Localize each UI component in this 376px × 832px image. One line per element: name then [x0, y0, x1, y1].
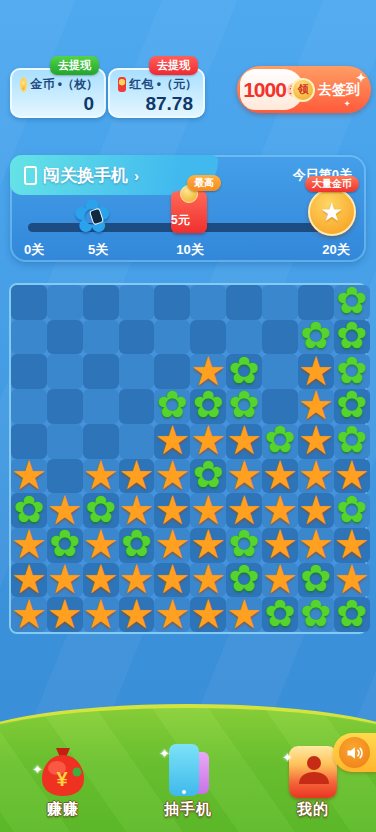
milestone-20-label: 20关 — [322, 241, 349, 259]
green-blob-piece[interactable]: ✿ — [121, 528, 152, 560]
cell-r9c1[interactable]: ★ — [47, 597, 83, 632]
cell-r9c6[interactable]: ★ — [226, 597, 262, 632]
orange-star-piece[interactable]: ★ — [298, 424, 334, 456]
red-packet-card[interactable]: 去提现 红包 •（元） 87.78 — [108, 68, 205, 118]
phones-icon — [165, 744, 211, 798]
cell-r1c0 — [11, 320, 47, 355]
coin-value: 0 — [12, 93, 104, 115]
green-blob-piece[interactable]: ✿ — [193, 459, 224, 491]
orange-star-piece[interactable]: ★ — [298, 389, 334, 421]
nav-item-draw-phone[interactable]: ✦ 抽手机 — [133, 740, 243, 819]
sparkle-icon: ✦ — [356, 71, 366, 85]
orange-star-piece[interactable]: ★ — [11, 598, 47, 630]
cell-r2c0 — [11, 354, 47, 389]
progress-title[interactable]: 闯关换手机 › — [24, 164, 139, 187]
sparkle-icon: ✦ — [344, 100, 350, 108]
orange-star-piece[interactable]: ★ — [11, 563, 47, 595]
orange-star-piece[interactable]: ★ — [262, 459, 298, 491]
orange-star-piece[interactable]: ★ — [190, 528, 226, 560]
cell-r9c0[interactable]: ★ — [11, 597, 47, 632]
cell-r1c2 — [83, 320, 119, 355]
app-screen: 去提现 金币 •（枚） 0 去提现 红包 •（元） 87.78 1000 元 领… — [0, 0, 376, 832]
orange-star-piece[interactable]: ★ — [334, 459, 370, 491]
green-blob-piece[interactable]: ✿ — [336, 285, 367, 317]
green-blob-piece[interactable]: ✿ — [300, 598, 331, 630]
cell-r3c3 — [119, 389, 155, 424]
cell-r0c5 — [190, 285, 226, 320]
green-blob-piece[interactable]: ✿ — [193, 389, 224, 421]
signin-action-label: 去签到 — [318, 81, 360, 97]
green-blob-piece[interactable]: ✿ — [85, 494, 116, 526]
orange-star-piece[interactable]: ★ — [47, 494, 83, 526]
orange-star-piece[interactable]: ★ — [190, 563, 226, 595]
cell-r0c7 — [262, 285, 298, 320]
orange-star-piece[interactable]: ★ — [154, 494, 190, 526]
cell-r0c1 — [47, 285, 83, 320]
sparkle-icon: ✦ — [159, 746, 170, 761]
orange-star-piece[interactable]: ★ — [154, 424, 190, 456]
packet-label: 红包 •（元） — [129, 76, 197, 93]
orange-star-piece[interactable]: ★ — [83, 563, 119, 595]
orange-star-piece[interactable]: ★ — [262, 494, 298, 526]
signin-amount: 1000 — [243, 78, 286, 102]
milestone-0-label: 0关 — [24, 241, 44, 259]
cell-r0c6 — [226, 285, 262, 320]
cell-r0c3 — [119, 285, 155, 320]
coin-withdraw-badge[interactable]: 去提现 — [50, 56, 99, 75]
orange-star-piece[interactable]: ★ — [262, 528, 298, 560]
progress-title-text: 闯关换手机 — [43, 164, 128, 187]
green-blob-piece[interactable]: ✿ — [264, 598, 295, 630]
orange-star-piece[interactable]: ★ — [298, 494, 334, 526]
cell-r0c0 — [11, 285, 47, 320]
orange-star-piece[interactable]: ★ — [226, 424, 262, 456]
signin-button[interactable]: 1000 元 领 ✦ ✦ 去签到 — [237, 66, 371, 113]
orange-star-piece[interactable]: ★ — [154, 528, 190, 560]
orange-star-piece[interactable]: ★ — [334, 563, 370, 595]
orange-star-piece[interactable]: ★ — [190, 494, 226, 526]
cell-r1c3 — [119, 320, 155, 355]
orange-star-piece[interactable]: ★ — [47, 598, 83, 630]
green-blob-piece[interactable]: ✿ — [229, 563, 260, 595]
game-board[interactable]: ✿✿✿★✿★✿✿✿✿★✿★★★✿★✿★★★★✿★★★★✿★✿★★★★★★✿★✿★… — [9, 283, 367, 634]
packet-withdraw-badge[interactable]: 去提现 — [149, 56, 198, 75]
cell-r9c3[interactable]: ★ — [119, 597, 155, 632]
orange-star-piece[interactable]: ★ — [190, 598, 226, 630]
green-blob-piece[interactable]: ✿ — [336, 355, 367, 387]
green-blob-piece[interactable]: ✿ — [300, 320, 331, 352]
orange-star-piece[interactable]: ★ — [190, 355, 226, 387]
green-blob-piece[interactable]: ✿ — [336, 598, 367, 630]
cell-r2c2 — [83, 354, 119, 389]
green-blob-piece[interactable]: ✿ — [336, 494, 367, 526]
orange-star-piece[interactable]: ★ — [154, 563, 190, 595]
orange-star-piece[interactable]: ★ — [119, 494, 155, 526]
cell-r2c3 — [119, 354, 155, 389]
orange-star-piece[interactable]: ★ — [47, 563, 83, 595]
green-blob-piece[interactable]: ✿ — [264, 424, 295, 456]
pinwheel-phone-icon[interactable]: ✿ — [73, 193, 121, 241]
profile-card-icon — [289, 746, 337, 798]
green-blob-piece[interactable]: ✿ — [13, 494, 44, 526]
sparkle-icon: ✦ — [32, 762, 43, 777]
nav-earn-label: 赚赚 — [8, 800, 118, 819]
cell-r9c2[interactable]: ★ — [83, 597, 119, 632]
orange-star-piece[interactable]: ★ — [11, 459, 47, 491]
orange-star-piece[interactable]: ★ — [154, 459, 190, 491]
sparkle-icon: ✦ — [282, 750, 293, 765]
envelope-value: 5元 — [171, 212, 207, 229]
green-blob-piece[interactable]: ✿ — [229, 389, 260, 421]
nav-draw-phone-label: 抽手机 — [133, 800, 243, 819]
big-coins-badge: 大量金币 — [305, 176, 359, 192]
green-blob-piece[interactable]: ✿ — [336, 424, 367, 456]
cell-r9c7[interactable]: ✿ — [262, 597, 298, 632]
milestone-10-label: 10关 — [176, 241, 203, 259]
green-blob-piece[interactable]: ✿ — [49, 528, 80, 560]
nav-item-earn[interactable]: ✦ ¥ 赚赚 — [8, 740, 118, 819]
gold-coin-icon — [20, 77, 27, 92]
star-coin-icon[interactable]: 大量金币 ★ — [308, 188, 356, 236]
cell-r9c4[interactable]: ★ — [154, 597, 190, 632]
orange-star-piece[interactable]: ★ — [119, 459, 155, 491]
orange-star-piece[interactable]: ★ — [119, 563, 155, 595]
green-blob-piece[interactable]: ✿ — [229, 355, 260, 387]
cell-r3c1 — [47, 389, 83, 424]
nav-mine-label: 我的 — [258, 800, 368, 819]
cell-r1c4 — [154, 320, 190, 355]
signin-coin-icon: 领 — [291, 78, 315, 102]
svg-text:¥: ¥ — [56, 768, 68, 790]
sound-button[interactable] — [333, 733, 376, 772]
orange-star-piece[interactable]: ★ — [334, 528, 370, 560]
packet-value: 87.78 — [110, 93, 203, 115]
orange-star-piece[interactable]: ★ — [119, 598, 155, 630]
orange-star-piece[interactable]: ★ — [226, 459, 262, 491]
cell-r2c1 — [47, 354, 83, 389]
cell-r0c2 — [83, 285, 119, 320]
orange-star-piece[interactable]: ★ — [298, 528, 334, 560]
bottom-nav: ✦ ¥ 赚赚 ✦ 抽手机 — [0, 722, 376, 832]
orange-star-piece[interactable]: ★ — [190, 424, 226, 456]
phone-outline-icon — [24, 166, 37, 185]
orange-star-piece[interactable]: ★ — [298, 355, 334, 387]
money-bag-icon: ¥ — [37, 746, 89, 798]
cell-r2c7 — [262, 354, 298, 389]
cell-r9c8[interactable]: ✿ — [298, 597, 334, 632]
orange-star-piece[interactable]: ★ — [83, 598, 119, 630]
cell-r4c1 — [47, 424, 83, 459]
orange-star-piece[interactable]: ★ — [11, 528, 47, 560]
hot-badge: 最高 — [187, 175, 221, 191]
cell-r9c9[interactable]: ✿ — [334, 597, 370, 632]
orange-star-piece[interactable]: ★ — [83, 459, 119, 491]
green-blob-piece[interactable]: ✿ — [157, 389, 188, 421]
green-blob-piece[interactable]: ✿ — [300, 563, 331, 595]
chevron-right-icon: › — [134, 167, 139, 184]
cell-r3c0 — [11, 389, 47, 424]
orange-star-piece[interactable]: ★ — [83, 528, 119, 560]
level-progress-card: 闯关换手机 › 今日第0关 0关 5关 10关 20关 ✿ 最高 5元 大量金币… — [10, 155, 366, 262]
green-blob-piece[interactable]: ✿ — [336, 389, 367, 421]
cell-r3c2 — [83, 389, 119, 424]
green-blob-piece[interactable]: ✿ — [229, 528, 260, 560]
cell-r9c5[interactable]: ★ — [190, 597, 226, 632]
red-packet-icon — [118, 77, 126, 92]
orange-star-piece[interactable]: ★ — [262, 563, 298, 595]
speaker-icon — [339, 737, 370, 768]
green-blob-piece[interactable]: ✿ — [336, 320, 367, 352]
coin-label: 金币 •（枚） — [30, 76, 98, 93]
gold-coin-card[interactable]: 去提现 金币 •（枚） 0 — [10, 68, 106, 118]
cell-r1c7 — [262, 320, 298, 355]
milestone-5-label: 5关 — [88, 241, 108, 259]
cell-r1c1 — [47, 320, 83, 355]
orange-star-piece[interactable]: ★ — [226, 494, 262, 526]
orange-star-piece[interactable]: ★ — [298, 459, 334, 491]
orange-star-piece[interactable]: ★ — [226, 598, 262, 630]
red-envelope-icon[interactable]: 最高 5元 — [171, 191, 207, 233]
orange-star-piece[interactable]: ★ — [154, 598, 190, 630]
cell-r0c4 — [154, 285, 190, 320]
